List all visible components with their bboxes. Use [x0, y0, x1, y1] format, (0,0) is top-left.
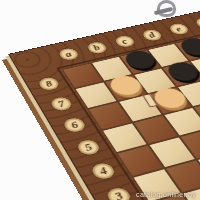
product-photo-scene: abcdefgh 87654321 ●●●●● catalog.onliner.… [0, 0, 200, 200]
watermark: catalog.onliner.by [136, 191, 196, 198]
game-board: abcdefgh 87654321 ●●●●● [8, 0, 200, 200]
